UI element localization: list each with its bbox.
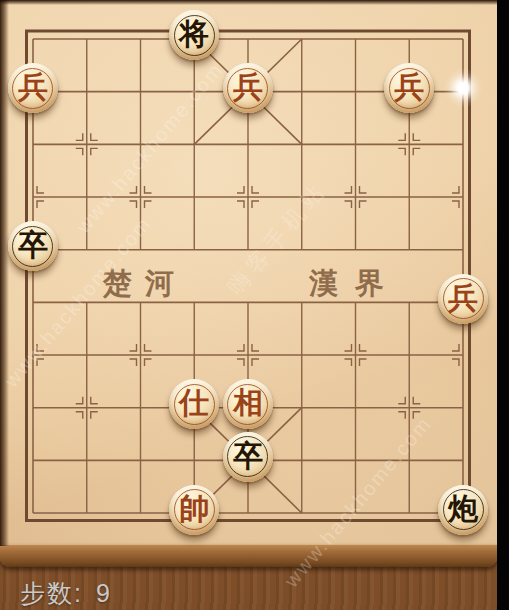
piece-glyph: 卒 xyxy=(18,230,48,260)
piece-red-advisor[interactable]: 仕 xyxy=(169,379,219,429)
piece-glyph: 相 xyxy=(233,388,263,418)
piece-red-elephant[interactable]: 相 xyxy=(223,379,273,429)
piece-black-cannon[interactable]: 炮 xyxy=(438,485,488,535)
piece-black-soldier-a[interactable]: 卒 xyxy=(8,221,58,271)
piece-black-soldier-b[interactable]: 卒 xyxy=(223,432,273,482)
sparkle-effect xyxy=(443,68,483,108)
board-bottom-bevel xyxy=(0,544,497,567)
piece-red-soldier-a[interactable]: 兵 xyxy=(8,63,58,113)
piece-glyph: 兵 xyxy=(233,72,263,102)
piece-glyph: 炮 xyxy=(448,494,478,524)
piece-glyph: 兵 xyxy=(18,72,48,102)
piece-red-soldier-b[interactable]: 兵 xyxy=(223,63,273,113)
piece-red-soldier-c[interactable]: 兵 xyxy=(384,63,434,113)
pieces-layer: 将兵兵兵卒兵仕相卒帥炮 xyxy=(6,13,490,540)
board-top-shadow xyxy=(0,0,497,5)
game-screen: 楚河 漢界 将兵兵兵卒兵仕相卒帥炮 www.hackhome.com www.h… xyxy=(0,0,509,610)
piece-red-soldier-d[interactable]: 兵 xyxy=(438,274,488,324)
move-counter-value: 9 xyxy=(96,579,112,608)
piece-glyph: 仕 xyxy=(179,388,209,418)
piece-black-general[interactable]: 将 xyxy=(169,10,219,60)
piece-glyph: 卒 xyxy=(233,441,263,471)
letterbox-strip xyxy=(497,0,509,610)
piece-glyph: 兵 xyxy=(448,283,478,313)
piece-glyph: 将 xyxy=(179,19,209,49)
piece-red-general[interactable]: 帥 xyxy=(169,485,219,535)
move-counter: 步数: 9 xyxy=(20,577,112,610)
move-counter-label: 步数: xyxy=(20,577,83,610)
piece-glyph: 兵 xyxy=(394,72,424,102)
piece-glyph: 帥 xyxy=(179,494,209,524)
